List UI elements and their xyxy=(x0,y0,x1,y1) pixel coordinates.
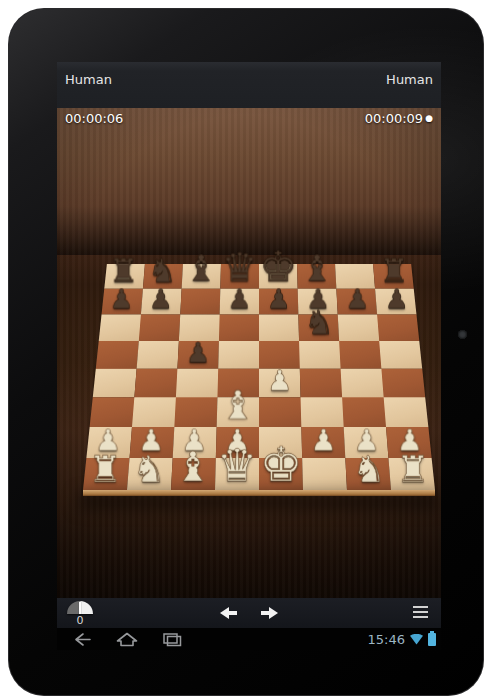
recents-icon xyxy=(164,634,181,646)
next-move-button[interactable] xyxy=(260,607,278,619)
square-g6[interactable] xyxy=(338,314,379,341)
status-cluster: 15:46 xyxy=(368,632,441,647)
system-bar: 15:46 xyxy=(57,628,441,650)
square-e1[interactable]: ♚ xyxy=(259,458,303,490)
menu-icon xyxy=(413,606,428,608)
black-knight[interactable]: ♞ xyxy=(299,306,339,340)
square-a7[interactable]: ♟ xyxy=(102,289,143,315)
square-c7[interactable] xyxy=(180,289,220,315)
white-knight[interactable]: ♞ xyxy=(127,451,171,488)
square-c8[interactable]: ♝ xyxy=(182,264,221,289)
square-a5[interactable] xyxy=(96,341,139,369)
black-pawn[interactable]: ♟ xyxy=(259,286,298,313)
turn-indicator-dot: ● xyxy=(425,114,433,123)
camera-dot xyxy=(458,330,467,339)
black-bishop[interactable]: ♝ xyxy=(298,251,337,287)
back-button[interactable] xyxy=(71,632,93,647)
chess-board[interactable]: ♜♞♝♛♚♝♜♟♟♟♟♟♟♟♞♟♟♝♟♟♟♟♟♟♟♜♞♝♛♚♞♜ xyxy=(83,264,435,490)
square-f1[interactable] xyxy=(302,458,347,490)
square-b7[interactable]: ♟ xyxy=(141,289,182,315)
white-queen[interactable]: ♛ xyxy=(215,443,259,488)
square-a6[interactable] xyxy=(99,314,141,341)
square-c4[interactable] xyxy=(176,369,218,398)
home-icon xyxy=(118,633,137,645)
screen: Human Human 00:00:06 00:00:09 ● ♜♞♝♛♚♝♜♟… xyxy=(57,62,441,650)
square-d1[interactable]: ♛ xyxy=(215,458,259,490)
black-pawn[interactable]: ♟ xyxy=(141,286,180,313)
square-b5[interactable] xyxy=(137,341,179,369)
square-h1[interactable]: ♜ xyxy=(388,458,435,490)
app-toolbar: 0 xyxy=(57,598,441,628)
black-pawn[interactable]: ♟ xyxy=(338,286,377,313)
tablet-bezel: Human Human 00:00:06 00:00:09 ● ♜♞♝♛♚♝♜♟… xyxy=(8,8,484,696)
black-pawn[interactable]: ♟ xyxy=(102,286,141,313)
square-d5[interactable] xyxy=(218,341,259,369)
eval-value: 0 xyxy=(67,614,93,627)
wifi-icon xyxy=(410,634,423,645)
square-e3[interactable] xyxy=(259,397,301,427)
square-h5[interactable] xyxy=(379,341,422,369)
square-h4[interactable] xyxy=(381,369,425,398)
square-h7[interactable]: ♟ xyxy=(375,289,416,315)
recents-button[interactable] xyxy=(161,632,183,647)
square-e6[interactable] xyxy=(259,314,299,341)
left-player-name: Human xyxy=(65,72,112,87)
white-king[interactable]: ♚ xyxy=(259,440,303,488)
home-button[interactable] xyxy=(115,632,139,647)
square-f2[interactable]: ♟ xyxy=(301,427,345,458)
square-f4[interactable] xyxy=(300,369,342,398)
right-clock-time: 00:00:09 xyxy=(365,111,423,126)
square-c1[interactable]: ♝ xyxy=(171,458,216,490)
game-scene: 00:00:06 00:00:09 ● ♜♞♝♛♚♝♜♟♟♟♟♟♟♟♞♟♟♝♟♟… xyxy=(57,108,441,598)
board-perspective-wrap: ♜♞♝♛♚♝♜♟♟♟♟♟♟♟♞♟♟♝♟♟♟♟♟♟♟♜♞♝♛♚♞♜ xyxy=(83,240,435,490)
square-a1[interactable]: ♜ xyxy=(83,458,130,490)
right-player-clock: 00:00:09 ● xyxy=(365,111,433,126)
battery-icon xyxy=(428,633,436,646)
player-bar: Human Human xyxy=(57,62,441,108)
square-b6[interactable] xyxy=(139,314,180,341)
white-pawn[interactable]: ♟ xyxy=(259,367,301,395)
black-knight[interactable]: ♞ xyxy=(143,255,182,287)
square-g7[interactable]: ♟ xyxy=(336,289,377,315)
square-d6[interactable] xyxy=(219,314,259,341)
black-pawn[interactable]: ♟ xyxy=(178,339,219,367)
square-g4[interactable] xyxy=(341,369,384,398)
square-e4[interactable]: ♟ xyxy=(259,369,301,398)
square-g1[interactable]: ♞ xyxy=(345,458,391,490)
white-bishop[interactable]: ♝ xyxy=(171,447,215,488)
white-rook[interactable]: ♜ xyxy=(83,451,127,488)
black-rook[interactable]: ♜ xyxy=(104,255,143,287)
white-pawn[interactable]: ♟ xyxy=(302,426,345,455)
white-rook[interactable]: ♜ xyxy=(391,451,435,488)
square-b4[interactable] xyxy=(134,369,177,398)
system-clock: 15:46 xyxy=(368,632,405,647)
square-f6[interactable]: ♞ xyxy=(298,314,339,341)
square-a4[interactable] xyxy=(93,369,137,398)
square-d7[interactable]: ♟ xyxy=(220,289,259,315)
black-king[interactable]: ♚ xyxy=(259,245,298,287)
square-e7[interactable]: ♟ xyxy=(259,289,298,315)
black-bishop[interactable]: ♝ xyxy=(182,251,221,287)
black-rook[interactable]: ♜ xyxy=(375,255,414,287)
square-c5[interactable]: ♟ xyxy=(177,341,219,369)
square-h6[interactable] xyxy=(377,314,419,341)
right-player-name: Human xyxy=(386,72,433,87)
menu-button[interactable] xyxy=(413,606,428,619)
screenshot-canvas: Human Human 00:00:06 00:00:09 ● ♜♞♝♛♚♝♜♟… xyxy=(0,0,492,700)
left-player-clock: 00:00:06 xyxy=(65,111,123,126)
white-bishop[interactable]: ♝ xyxy=(217,386,259,425)
black-pawn[interactable]: ♟ xyxy=(377,286,416,313)
system-nav-keys xyxy=(57,632,183,647)
eval-gauge-icon xyxy=(67,601,93,614)
square-g5[interactable] xyxy=(339,341,381,369)
black-pawn[interactable]: ♟ xyxy=(220,286,259,313)
black-queen[interactable]: ♛ xyxy=(220,248,259,288)
back-icon xyxy=(76,634,90,645)
board-front-edge xyxy=(83,490,435,496)
white-knight[interactable]: ♞ xyxy=(347,451,391,488)
square-f5[interactable] xyxy=(299,341,341,369)
square-b1[interactable]: ♞ xyxy=(127,458,173,490)
move-navigation xyxy=(220,598,278,628)
previous-move-button[interactable] xyxy=(220,607,238,619)
next-move-icon xyxy=(269,607,278,619)
